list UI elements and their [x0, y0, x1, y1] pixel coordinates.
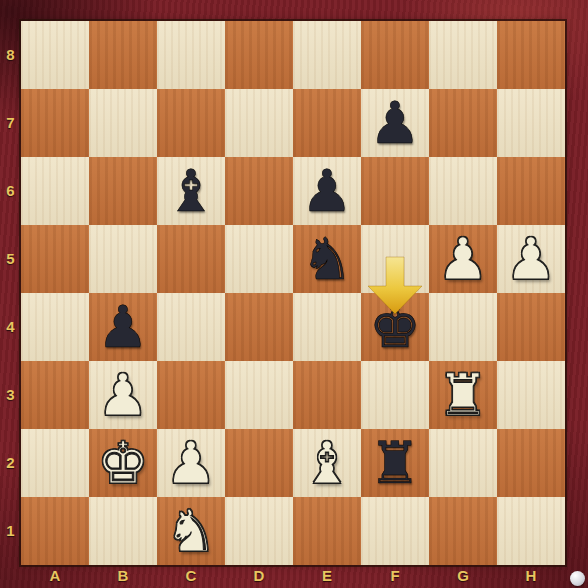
rank-label-2: 2: [0, 429, 21, 497]
square-d4[interactable]: [225, 293, 293, 361]
square-d3[interactable]: [225, 361, 293, 429]
square-e7[interactable]: [293, 89, 361, 157]
square-f8[interactable]: [361, 21, 429, 89]
piece-white-pawn[interactable]: ♟: [97, 366, 149, 424]
square-b2[interactable]: ♚: [89, 429, 157, 497]
square-b3[interactable]: ♟: [89, 361, 157, 429]
square-g1[interactable]: [429, 497, 497, 565]
piece-black-pawn[interactable]: ♟: [369, 94, 421, 152]
square-d8[interactable]: [225, 21, 293, 89]
square-c8[interactable]: [157, 21, 225, 89]
square-c6[interactable]: ♝: [157, 157, 225, 225]
square-d1[interactable]: [225, 497, 293, 565]
square-c3[interactable]: [157, 361, 225, 429]
square-f6[interactable]: [361, 157, 429, 225]
square-a5[interactable]: [21, 225, 89, 293]
square-b5[interactable]: [89, 225, 157, 293]
square-g8[interactable]: [429, 21, 497, 89]
square-f1[interactable]: [361, 497, 429, 565]
square-e8[interactable]: [293, 21, 361, 89]
square-b7[interactable]: [89, 89, 157, 157]
square-a3[interactable]: [21, 361, 89, 429]
square-a8[interactable]: [21, 21, 89, 89]
piece-white-bishop[interactable]: ♝: [301, 434, 353, 492]
file-label-e: E: [293, 565, 361, 588]
square-d7[interactable]: [225, 89, 293, 157]
square-b1[interactable]: [89, 497, 157, 565]
file-label-g: G: [429, 565, 497, 588]
rank-label-3: 3: [0, 361, 21, 429]
piece-black-bishop[interactable]: ♝: [165, 162, 217, 220]
square-a1[interactable]: [21, 497, 89, 565]
square-g3[interactable]: ♜: [429, 361, 497, 429]
file-label-c: C: [157, 565, 225, 588]
file-label-h: H: [497, 565, 565, 588]
square-h2[interactable]: [497, 429, 565, 497]
square-h1[interactable]: [497, 497, 565, 565]
square-c2[interactable]: ♟: [157, 429, 225, 497]
square-g4[interactable]: [429, 293, 497, 361]
rank-label-6: 6: [0, 157, 21, 225]
square-b8[interactable]: [89, 21, 157, 89]
file-label-d: D: [225, 565, 293, 588]
square-g7[interactable]: [429, 89, 497, 157]
file-label-b: B: [89, 565, 157, 588]
file-label-a: A: [21, 565, 89, 588]
piece-white-king[interactable]: ♚: [97, 434, 149, 492]
square-c5[interactable]: [157, 225, 225, 293]
piece-black-knight[interactable]: ♞: [301, 230, 353, 288]
chessboard-frame: ♟♝♟♞♟♟♟♚♟♜♚♟♝♜♞ 87654321ABCDEFGH: [0, 0, 588, 588]
piece-black-king[interactable]: ♚: [369, 298, 421, 356]
square-h4[interactable]: [497, 293, 565, 361]
square-g6[interactable]: [429, 157, 497, 225]
rank-label-8: 8: [0, 21, 21, 89]
square-h7[interactable]: [497, 89, 565, 157]
square-b6[interactable]: [89, 157, 157, 225]
piece-white-pawn[interactable]: ♟: [165, 434, 217, 492]
square-h6[interactable]: [497, 157, 565, 225]
rank-label-5: 5: [0, 225, 21, 293]
square-e2[interactable]: ♝: [293, 429, 361, 497]
piece-white-pawn[interactable]: ♟: [437, 230, 489, 288]
square-e3[interactable]: [293, 361, 361, 429]
square-d6[interactable]: [225, 157, 293, 225]
square-f2[interactable]: ♜: [361, 429, 429, 497]
square-e4[interactable]: [293, 293, 361, 361]
piece-white-pawn[interactable]: ♟: [505, 230, 557, 288]
square-f4[interactable]: ♚: [361, 293, 429, 361]
square-c7[interactable]: [157, 89, 225, 157]
square-a7[interactable]: [21, 89, 89, 157]
square-b4[interactable]: ♟: [89, 293, 157, 361]
piece-black-rook[interactable]: ♜: [369, 434, 421, 492]
square-e5[interactable]: ♞: [293, 225, 361, 293]
rank-label-7: 7: [0, 89, 21, 157]
piece-black-pawn[interactable]: ♟: [301, 162, 353, 220]
square-f7[interactable]: ♟: [361, 89, 429, 157]
rank-label-4: 4: [0, 293, 21, 361]
piece-black-pawn[interactable]: ♟: [97, 298, 149, 356]
square-c4[interactable]: [157, 293, 225, 361]
square-g5[interactable]: ♟: [429, 225, 497, 293]
file-label-f: F: [361, 565, 429, 588]
chessboard: ♟♝♟♞♟♟♟♚♟♜♚♟♝♜♞: [21, 21, 565, 565]
square-a4[interactable]: [21, 293, 89, 361]
square-f3[interactable]: [361, 361, 429, 429]
square-a6[interactable]: [21, 157, 89, 225]
square-h3[interactable]: [497, 361, 565, 429]
square-h5[interactable]: ♟: [497, 225, 565, 293]
square-c1[interactable]: ♞: [157, 497, 225, 565]
square-g2[interactable]: [429, 429, 497, 497]
piece-white-knight[interactable]: ♞: [165, 502, 217, 560]
square-d5[interactable]: [225, 225, 293, 293]
side-to-move-indicator: [570, 571, 585, 586]
square-d2[interactable]: [225, 429, 293, 497]
square-e1[interactable]: [293, 497, 361, 565]
square-h8[interactable]: [497, 21, 565, 89]
square-a2[interactable]: [21, 429, 89, 497]
square-f5[interactable]: [361, 225, 429, 293]
piece-white-rook[interactable]: ♜: [437, 366, 489, 424]
rank-label-1: 1: [0, 497, 21, 565]
square-e6[interactable]: ♟: [293, 157, 361, 225]
